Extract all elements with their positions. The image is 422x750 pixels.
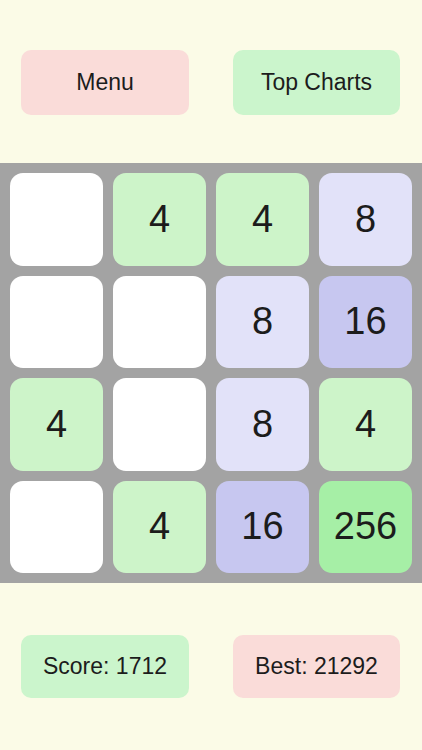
tile-8: 8 — [319, 173, 412, 266]
tile-empty — [10, 276, 103, 369]
tile-empty — [113, 276, 206, 369]
tile-4: 4 — [10, 378, 103, 471]
menu-button[interactable]: Menu — [21, 50, 189, 115]
tile-4: 4 — [216, 173, 309, 266]
game-page: { "game": "2048", "position": { "rows": … — [0, 0, 422, 750]
board[interactable]: 448816484416256 — [0, 163, 422, 583]
score-button[interactable]: Score: 1712 — [21, 635, 189, 698]
best-button[interactable]: Best: 21292 — [233, 635, 400, 698]
tile-256: 256 — [319, 481, 412, 574]
tile-empty — [10, 173, 103, 266]
tile-4: 4 — [113, 173, 206, 266]
tile-16: 16 — [319, 276, 412, 369]
tile-4: 4 — [319, 378, 412, 471]
tile-empty — [10, 481, 103, 574]
tile-8: 8 — [216, 378, 309, 471]
tile-8: 8 — [216, 276, 309, 369]
top-charts-button[interactable]: Top Charts — [233, 50, 400, 115]
tile-empty — [113, 378, 206, 471]
tile-16: 16 — [216, 481, 309, 574]
tile-4: 4 — [113, 481, 206, 574]
